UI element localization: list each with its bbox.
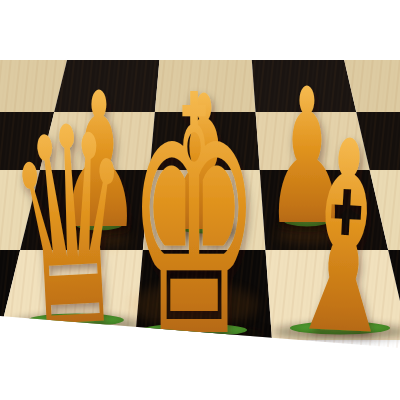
board-clip-group: ♟♟♟♛♚♝ [0, 25, 400, 400]
chess-pieces: ♟♟♟♛♚♝ [2, 25, 400, 400]
chess-set-photo: ♟♟♟♛♚♝ [0, 0, 400, 400]
white-king: ♚ [127, 25, 260, 400]
white-queen: ♛ [2, 66, 140, 389]
white-bishop: ♝ [278, 82, 400, 395]
chess-board-scene: ♟♟♟♛♚♝ [0, 0, 400, 400]
